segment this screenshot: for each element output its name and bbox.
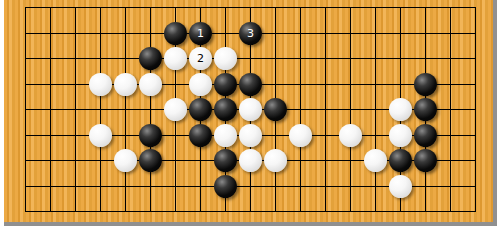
stone-black[interactable] — [264, 98, 287, 121]
move-number-label: 2 — [197, 53, 204, 64]
stone-white[interactable] — [364, 149, 387, 172]
stone-white[interactable] — [189, 73, 212, 96]
stone-white[interactable] — [239, 149, 262, 172]
stone-white[interactable] — [264, 149, 287, 172]
stone-black[interactable] — [139, 124, 162, 147]
move-number-label: 3 — [247, 28, 254, 39]
stone-white[interactable] — [289, 124, 312, 147]
stone-black[interactable] — [414, 73, 437, 96]
stone-black[interactable] — [414, 149, 437, 172]
stone-black[interactable] — [214, 98, 237, 121]
stone-black[interactable] — [189, 98, 212, 121]
stone-black[interactable] — [214, 73, 237, 96]
grid-line-horizontal — [25, 211, 476, 212]
move-number-label: 1 — [197, 28, 204, 39]
go-diagram-page: 132 — [0, 0, 500, 235]
stone-black[interactable] — [389, 149, 412, 172]
stone-black[interactable] — [414, 98, 437, 121]
go-board[interactable]: 132 — [4, 0, 493, 222]
stone-white[interactable] — [239, 98, 262, 121]
stone-black[interactable]: 1 — [189, 22, 212, 45]
stone-white[interactable] — [89, 124, 112, 147]
stone-white[interactable] — [139, 73, 162, 96]
stone-black[interactable] — [214, 149, 237, 172]
stone-black[interactable] — [139, 149, 162, 172]
grid-line-horizontal — [25, 58, 476, 59]
stone-white[interactable]: 2 — [189, 47, 212, 70]
stone-white[interactable] — [239, 124, 262, 147]
stone-white[interactable] — [114, 73, 137, 96]
stone-white[interactable] — [214, 47, 237, 70]
stone-black[interactable] — [139, 47, 162, 70]
stone-white[interactable] — [114, 149, 137, 172]
stone-black[interactable] — [164, 22, 187, 45]
stone-black[interactable] — [239, 73, 262, 96]
stone-white[interactable] — [164, 47, 187, 70]
stone-white[interactable] — [389, 98, 412, 121]
stone-white[interactable] — [389, 175, 412, 198]
stone-white[interactable] — [339, 124, 362, 147]
grid-line-horizontal — [25, 7, 476, 8]
stone-black[interactable]: 3 — [239, 22, 262, 45]
stone-black[interactable] — [414, 124, 437, 147]
stone-white[interactable] — [389, 124, 412, 147]
stone-white[interactable] — [214, 124, 237, 147]
stone-white[interactable] — [164, 98, 187, 121]
stone-black[interactable] — [189, 124, 212, 147]
stone-black[interactable] — [214, 175, 237, 198]
stone-white[interactable] — [89, 73, 112, 96]
